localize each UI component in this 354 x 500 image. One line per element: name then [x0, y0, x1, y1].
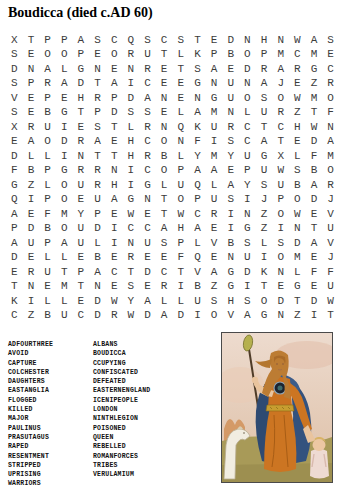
grid-cell-r5c18[interactable]: W [289, 91, 306, 106]
grid-cell-r2c20[interactable]: E [322, 48, 339, 63]
grid-cell-r6c20[interactable]: F [322, 106, 339, 121]
grid-cell-r8c12[interactable]: F [189, 135, 206, 150]
grid-cell-r8c13[interactable]: I [206, 135, 223, 150]
grid-cell-r8c16[interactable]: A [256, 135, 273, 150]
grid-cell-r6c12[interactable]: A [189, 106, 206, 121]
grid-cell-r16c4[interactable]: L [56, 251, 73, 266]
grid-cell-r15c6[interactable]: L [89, 236, 106, 251]
grid-cell-r5c2[interactable]: E [23, 91, 40, 106]
grid-cell-r16c18[interactable]: M [289, 251, 306, 266]
grid-cell-r13c15[interactable]: N [239, 207, 256, 222]
grid-cell-r1c8[interactable]: Q [123, 33, 140, 48]
grid-cell-r15c10[interactable]: S [156, 236, 173, 251]
grid-cell-r1c2[interactable]: T [23, 33, 40, 48]
grid-cell-r8c2[interactable]: A [23, 135, 40, 150]
grid-cell-r7c5[interactable]: E [73, 120, 90, 135]
grid-cell-r17c3[interactable]: U [39, 265, 56, 280]
grid-cell-r10c18[interactable]: S [289, 164, 306, 179]
grid-cell-r19c5[interactable]: E [73, 294, 90, 309]
grid-cell-r5c4[interactable]: E [56, 91, 73, 106]
grid-cell-r10c7[interactable]: N [106, 164, 123, 179]
grid-cell-r15c12[interactable]: L [189, 236, 206, 251]
grid-cell-r17c20[interactable]: F [322, 265, 339, 280]
grid-cell-r11c4[interactable]: O [56, 178, 73, 193]
grid-cell-r18c1[interactable]: T [6, 280, 23, 295]
grid-cell-r14c4[interactable]: O [56, 222, 73, 237]
grid-cell-r19c15[interactable]: S [239, 294, 256, 309]
grid-cell-r15c14[interactable]: B [222, 236, 239, 251]
grid-cell-r9c16[interactable]: G [256, 149, 273, 164]
grid-cell-r2c14[interactable]: B [222, 48, 239, 63]
grid-cell-r13c3[interactable]: F [39, 207, 56, 222]
grid-cell-r14c8[interactable]: C [123, 222, 140, 237]
grid-cell-r3c12[interactable]: S [189, 62, 206, 77]
grid-cell-r13c14[interactable]: I [222, 207, 239, 222]
grid-cell-r14c7[interactable]: I [106, 222, 123, 237]
grid-cell-r10c8[interactable]: I [123, 164, 140, 179]
grid-cell-r12c18[interactable]: O [289, 193, 306, 208]
grid-cell-r13c1[interactable]: A [6, 207, 23, 222]
grid-cell-r19c14[interactable]: H [222, 294, 239, 309]
grid-cell-r18c2[interactable]: N [23, 280, 40, 295]
grid-cell-r3c18[interactable]: R [289, 62, 306, 77]
grid-cell-r12c5[interactable]: E [73, 193, 90, 208]
grid-cell-r11c1[interactable]: G [6, 178, 23, 193]
grid-cell-r8c8[interactable]: H [123, 135, 140, 150]
grid-cell-r1c13[interactable]: E [206, 33, 223, 48]
grid-cell-r4c20[interactable]: R [322, 77, 339, 92]
grid-cell-r4c3[interactable]: R [39, 77, 56, 92]
grid-cell-r8c5[interactable]: R [73, 135, 90, 150]
grid-cell-r15c13[interactable]: V [206, 236, 223, 251]
grid-cell-r3c2[interactable]: N [23, 62, 40, 77]
grid-cell-r19c17[interactable]: D [272, 294, 289, 309]
grid-cell-r6c8[interactable]: S [123, 106, 140, 121]
grid-cell-r10c4[interactable]: G [56, 164, 73, 179]
grid-cell-r2c15[interactable]: O [239, 48, 256, 63]
grid-cell-r17c17[interactable]: N [272, 265, 289, 280]
grid-cell-r2c17[interactable]: M [272, 48, 289, 63]
grid-cell-r11c14[interactable]: A [222, 178, 239, 193]
grid-cell-r12c12[interactable]: P [189, 193, 206, 208]
grid-cell-r12c13[interactable]: U [206, 193, 223, 208]
grid-cell-r18c18[interactable]: G [289, 280, 306, 295]
grid-cell-r10c1[interactable]: F [6, 164, 23, 179]
grid-cell-r8c17[interactable]: T [272, 135, 289, 150]
grid-cell-r16c6[interactable]: B [89, 251, 106, 266]
grid-cell-r7c4[interactable]: I [56, 120, 73, 135]
grid-cell-r11c19[interactable]: A [306, 178, 323, 193]
grid-cell-r17c12[interactable]: V [189, 265, 206, 280]
grid-cell-r4c19[interactable]: Z [306, 77, 323, 92]
grid-cell-r14c13[interactable]: E [206, 222, 223, 237]
grid-cell-r18c20[interactable]: U [322, 280, 339, 295]
grid-cell-r9c13[interactable]: M [206, 149, 223, 164]
grid-cell-r11c2[interactable]: Z [23, 178, 40, 193]
grid-cell-r11c8[interactable]: I [123, 178, 140, 193]
grid-cell-r5c8[interactable]: D [123, 91, 140, 106]
grid-cell-r12c4[interactable]: O [56, 193, 73, 208]
grid-cell-r8c14[interactable]: S [222, 135, 239, 150]
grid-cell-r1c15[interactable]: N [239, 33, 256, 48]
grid-cell-r7c7[interactable]: T [106, 120, 123, 135]
grid-cell-r15c8[interactable]: N [123, 236, 140, 251]
grid-cell-r6c9[interactable]: S [139, 106, 156, 121]
grid-cell-r12c1[interactable]: Q [6, 193, 23, 208]
grid-cell-r16c20[interactable]: J [322, 251, 339, 266]
grid-cell-r16c9[interactable]: E [139, 251, 156, 266]
grid-cell-r3c14[interactable]: E [222, 62, 239, 77]
grid-cell-r2c10[interactable]: T [156, 48, 173, 63]
grid-cell-r10c3[interactable]: P [39, 164, 56, 179]
grid-cell-r17c10[interactable]: C [156, 265, 173, 280]
grid-cell-r1c18[interactable]: W [289, 33, 306, 48]
grid-cell-r5c17[interactable]: O [272, 91, 289, 106]
grid-cell-r17c1[interactable]: E [6, 265, 23, 280]
grid-cell-r16c8[interactable]: R [123, 251, 140, 266]
grid-cell-r15c5[interactable]: U [73, 236, 90, 251]
grid-cell-r6c3[interactable]: B [39, 106, 56, 121]
grid-cell-r10c19[interactable]: B [306, 164, 323, 179]
grid-cell-r17c16[interactable]: K [256, 265, 273, 280]
grid-cell-r10c17[interactable]: W [272, 164, 289, 179]
grid-cell-r11c11[interactable]: U [172, 178, 189, 193]
grid-cell-r16c5[interactable]: E [73, 251, 90, 266]
grid-cell-r1c4[interactable]: P [56, 33, 73, 48]
grid-cell-r19c3[interactable]: L [39, 294, 56, 309]
grid-cell-r15c20[interactable]: V [322, 236, 339, 251]
grid-cell-r16c19[interactable]: E [306, 251, 323, 266]
grid-cell-r3c19[interactable]: G [306, 62, 323, 77]
grid-cell-r20c19[interactable]: I [306, 309, 323, 324]
grid-cell-r12c17[interactable]: P [272, 193, 289, 208]
grid-cell-r2c16[interactable]: P [256, 48, 273, 63]
grid-cell-r15c4[interactable]: A [56, 236, 73, 251]
grid-cell-r5c11[interactable]: E [172, 91, 189, 106]
grid-cell-r7c3[interactable]: U [39, 120, 56, 135]
grid-cell-r16c3[interactable]: L [39, 251, 56, 266]
grid-cell-r5c10[interactable]: N [156, 91, 173, 106]
grid-cell-r13c4[interactable]: M [56, 207, 73, 222]
grid-cell-r2c8[interactable]: R [123, 48, 140, 63]
grid-cell-r11c12[interactable]: Q [189, 178, 206, 193]
grid-cell-r4c7[interactable]: A [106, 77, 123, 92]
grid-cell-r8c19[interactable]: D [306, 135, 323, 150]
grid-cell-r7c12[interactable]: K [189, 120, 206, 135]
grid-cell-r11c16[interactable]: S [256, 178, 273, 193]
grid-cell-r4c17[interactable]: J [272, 77, 289, 92]
grid-cell-r13c5[interactable]: Y [73, 207, 90, 222]
grid-cell-r5c16[interactable]: S [256, 91, 273, 106]
grid-cell-r5c13[interactable]: G [206, 91, 223, 106]
grid-cell-r6c2[interactable]: E [23, 106, 40, 121]
grid-cell-r4c11[interactable]: E [172, 77, 189, 92]
grid-cell-r6c6[interactable]: P [89, 106, 106, 121]
grid-cell-r7c14[interactable]: R [222, 120, 239, 135]
grid-cell-r7c8[interactable]: L [123, 120, 140, 135]
grid-cell-r5c14[interactable]: U [222, 91, 239, 106]
grid-cell-r2c4[interactable]: O [56, 48, 73, 63]
grid-cell-r10c5[interactable]: R [73, 164, 90, 179]
grid-cell-r10c15[interactable]: P [239, 164, 256, 179]
grid-cell-r2c13[interactable]: P [206, 48, 223, 63]
grid-cell-r10c9[interactable]: C [139, 164, 156, 179]
grid-cell-r14c18[interactable]: N [289, 222, 306, 237]
grid-cell-r4c1[interactable]: S [6, 77, 23, 92]
grid-cell-r14c2[interactable]: D [23, 222, 40, 237]
grid-cell-r16c12[interactable]: Q [189, 251, 206, 266]
grid-cell-r16c1[interactable]: D [6, 251, 23, 266]
grid-cell-r6c14[interactable]: N [222, 106, 239, 121]
grid-cell-r5c5[interactable]: H [73, 91, 90, 106]
grid-cell-r12c20[interactable]: J [322, 193, 339, 208]
grid-cell-r8c1[interactable]: E [6, 135, 23, 150]
grid-cell-r18c9[interactable]: E [139, 280, 156, 295]
grid-cell-r18c13[interactable]: Z [206, 280, 223, 295]
grid-cell-r20c8[interactable]: W [123, 309, 140, 324]
grid-cell-r9c10[interactable]: B [156, 149, 173, 164]
grid-cell-r5c15[interactable]: O [239, 91, 256, 106]
grid-cell-r10c20[interactable]: O [322, 164, 339, 179]
grid-cell-r10c10[interactable]: O [156, 164, 173, 179]
grid-cell-r10c16[interactable]: U [256, 164, 273, 179]
grid-cell-r18c7[interactable]: E [106, 280, 123, 295]
grid-cell-r14c20[interactable]: U [322, 222, 339, 237]
grid-cell-r18c11[interactable]: I [172, 280, 189, 295]
grid-cell-r1c9[interactable]: S [139, 33, 156, 48]
grid-cell-r11c10[interactable]: L [156, 178, 173, 193]
grid-cell-r2c7[interactable]: O [106, 48, 123, 63]
grid-cell-r9c5[interactable]: N [73, 149, 90, 164]
grid-cell-r13c13[interactable]: R [206, 207, 223, 222]
grid-cell-r1c20[interactable]: S [322, 33, 339, 48]
grid-cell-r8c18[interactable]: E [289, 135, 306, 150]
grid-cell-r13c11[interactable]: W [172, 207, 189, 222]
grid-cell-r9c12[interactable]: Y [189, 149, 206, 164]
grid-cell-r5c7[interactable]: P [106, 91, 123, 106]
grid-cell-r16c7[interactable]: E [106, 251, 123, 266]
grid-cell-r11c3[interactable]: L [39, 178, 56, 193]
grid-cell-r3c9[interactable]: R [139, 62, 156, 77]
grid-cell-r12c2[interactable]: I [23, 193, 40, 208]
grid-cell-r17c15[interactable]: D [239, 265, 256, 280]
grid-cell-r6c15[interactable]: L [239, 106, 256, 121]
grid-cell-r7c16[interactable]: T [256, 120, 273, 135]
grid-cell-r1c12[interactable]: T [189, 33, 206, 48]
grid-cell-r15c9[interactable]: U [139, 236, 156, 251]
grid-cell-r7c20[interactable]: N [322, 120, 339, 135]
grid-cell-r20c16[interactable]: G [256, 309, 273, 324]
grid-cell-r15c2[interactable]: U [23, 236, 40, 251]
grid-cell-r17c18[interactable]: L [289, 265, 306, 280]
grid-cell-r20c9[interactable]: D [139, 309, 156, 324]
grid-cell-r20c7[interactable]: R [106, 309, 123, 324]
grid-cell-r2c11[interactable]: L [172, 48, 189, 63]
grid-cell-r19c12[interactable]: U [189, 294, 206, 309]
grid-cell-r19c18[interactable]: T [289, 294, 306, 309]
grid-cell-r14c10[interactable]: A [156, 222, 173, 237]
grid-cell-r5c9[interactable]: A [139, 91, 156, 106]
grid-cell-r19c11[interactable]: L [172, 294, 189, 309]
grid-cell-r14c17[interactable]: I [272, 222, 289, 237]
grid-cell-r14c9[interactable]: C [139, 222, 156, 237]
grid-cell-r17c14[interactable]: G [222, 265, 239, 280]
grid-cell-r18c12[interactable]: B [189, 280, 206, 295]
grid-cell-r13c9[interactable]: E [139, 207, 156, 222]
grid-cell-r7c17[interactable]: C [272, 120, 289, 135]
grid-cell-r8c9[interactable]: C [139, 135, 156, 150]
grid-cell-r1c7[interactable]: C [106, 33, 123, 48]
grid-cell-r12c14[interactable]: S [222, 193, 239, 208]
grid-cell-r20c13[interactable]: O [206, 309, 223, 324]
grid-cell-r14c5[interactable]: U [73, 222, 90, 237]
grid-cell-r4c6[interactable]: T [89, 77, 106, 92]
grid-cell-r8c3[interactable]: O [39, 135, 56, 150]
grid-cell-r10c12[interactable]: A [189, 164, 206, 179]
grid-cell-r13c10[interactable]: T [156, 207, 173, 222]
grid-cell-r17c8[interactable]: T [123, 265, 140, 280]
grid-cell-r13c12[interactable]: C [189, 207, 206, 222]
grid-cell-r17c5[interactable]: P [73, 265, 90, 280]
grid-cell-r5c3[interactable]: P [39, 91, 56, 106]
grid-cell-r14c19[interactable]: T [306, 222, 323, 237]
grid-cell-r7c6[interactable]: S [89, 120, 106, 135]
grid-cell-r4c4[interactable]: A [56, 77, 73, 92]
grid-cell-r9c11[interactable]: L [172, 149, 189, 164]
grid-cell-r6c16[interactable]: U [256, 106, 273, 121]
grid-cell-r20c2[interactable]: Z [23, 309, 40, 324]
grid-cell-r2c1[interactable]: S [6, 48, 23, 63]
grid-cell-r19c4[interactable]: L [56, 294, 73, 309]
grid-cell-r17c9[interactable]: D [139, 265, 156, 280]
grid-cell-r1c11[interactable]: S [172, 33, 189, 48]
grid-cell-r6c11[interactable]: L [172, 106, 189, 121]
grid-cell-r7c18[interactable]: H [289, 120, 306, 135]
grid-cell-r4c2[interactable]: P [23, 77, 40, 92]
grid-cell-r3c10[interactable]: E [156, 62, 173, 77]
grid-cell-r13c6[interactable]: P [89, 207, 106, 222]
grid-cell-r1c17[interactable]: N [272, 33, 289, 48]
grid-cell-r8c15[interactable]: C [239, 135, 256, 150]
grid-cell-r12c16[interactable]: J [256, 193, 273, 208]
grid-cell-r4c5[interactable]: D [73, 77, 90, 92]
grid-cell-r1c10[interactable]: C [156, 33, 173, 48]
grid-cell-r9c19[interactable]: F [306, 149, 323, 164]
grid-cell-r20c5[interactable]: C [73, 309, 90, 324]
grid-cell-r9c3[interactable]: L [39, 149, 56, 164]
grid-cell-r12c9[interactable]: N [139, 193, 156, 208]
grid-cell-r20c14[interactable]: V [222, 309, 239, 324]
grid-cell-r16c14[interactable]: N [222, 251, 239, 266]
grid-cell-r12c11[interactable]: O [172, 193, 189, 208]
grid-cell-r19c8[interactable]: Y [123, 294, 140, 309]
grid-cell-r14c16[interactable]: Z [256, 222, 273, 237]
grid-cell-r8c4[interactable]: D [56, 135, 73, 150]
grid-cell-r13c7[interactable]: E [106, 207, 123, 222]
grid-cell-r3c17[interactable]: A [272, 62, 289, 77]
grid-cell-r6c19[interactable]: T [306, 106, 323, 121]
grid-cell-r12c19[interactable]: D [306, 193, 323, 208]
grid-cell-r12c6[interactable]: U [89, 193, 106, 208]
grid-cell-r19c7[interactable]: W [106, 294, 123, 309]
grid-cell-r4c9[interactable]: C [139, 77, 156, 92]
grid-cell-r10c2[interactable]: B [23, 164, 40, 179]
grid-cell-r3c4[interactable]: L [56, 62, 73, 77]
grid-cell-r9c7[interactable]: T [106, 149, 123, 164]
grid-cell-r12c3[interactable]: P [39, 193, 56, 208]
grid-cell-r6c13[interactable]: M [206, 106, 223, 121]
grid-cell-r3c16[interactable]: R [256, 62, 273, 77]
grid-cell-r8c7[interactable]: E [106, 135, 123, 150]
grid-cell-r18c16[interactable]: T [256, 280, 273, 295]
grid-cell-r16c16[interactable]: I [256, 251, 273, 266]
grid-cell-r2c18[interactable]: C [289, 48, 306, 63]
grid-cell-r18c17[interactable]: E [272, 280, 289, 295]
grid-cell-r17c19[interactable]: F [306, 265, 323, 280]
grid-cell-r1c16[interactable]: H [256, 33, 273, 48]
grid-cell-r8c20[interactable]: A [322, 135, 339, 150]
grid-cell-r9c2[interactable]: L [23, 149, 40, 164]
grid-cell-r5c12[interactable]: N [189, 91, 206, 106]
grid-cell-r13c16[interactable]: Z [256, 207, 273, 222]
grid-cell-r18c4[interactable]: M [56, 280, 73, 295]
grid-cell-r2c12[interactable]: K [189, 48, 206, 63]
grid-cell-r19c1[interactable]: K [6, 294, 23, 309]
grid-cell-r19c19[interactable]: D [306, 294, 323, 309]
grid-cell-r20c18[interactable]: Z [289, 309, 306, 324]
grid-cell-r10c6[interactable]: R [89, 164, 106, 179]
grid-cell-r3c7[interactable]: E [106, 62, 123, 77]
grid-cell-r16c15[interactable]: U [239, 251, 256, 266]
grid-cell-r2c5[interactable]: P [73, 48, 90, 63]
grid-cell-r19c2[interactable]: I [23, 294, 40, 309]
grid-cell-r3c11[interactable]: T [172, 62, 189, 77]
grid-cell-r18c3[interactable]: E [39, 280, 56, 295]
grid-cell-r13c8[interactable]: W [123, 207, 140, 222]
grid-cell-r6c10[interactable]: E [156, 106, 173, 121]
grid-cell-r7c10[interactable]: N [156, 120, 173, 135]
grid-cell-r14c3[interactable]: B [39, 222, 56, 237]
grid-cell-r9c17[interactable]: X [272, 149, 289, 164]
grid-cell-r3c1[interactable]: D [6, 62, 23, 77]
grid-cell-r20c4[interactable]: U [56, 309, 73, 324]
grid-cell-r19c16[interactable]: O [256, 294, 273, 309]
grid-cell-r7c9[interactable]: R [139, 120, 156, 135]
grid-cell-r17c11[interactable]: T [172, 265, 189, 280]
grid-cell-r9c8[interactable]: H [123, 149, 140, 164]
grid-cell-r9c1[interactable]: D [6, 149, 23, 164]
grid-cell-r14c1[interactable]: P [6, 222, 23, 237]
grid-cell-r7c1[interactable]: X [6, 120, 23, 135]
grid-cell-r12c8[interactable]: G [123, 193, 140, 208]
grid-cell-r3c20[interactable]: C [322, 62, 339, 77]
grid-cell-r6c18[interactable]: Z [289, 106, 306, 121]
grid-cell-r13c17[interactable]: O [272, 207, 289, 222]
grid-cell-r18c19[interactable]: E [306, 280, 323, 295]
grid-cell-r3c6[interactable]: N [89, 62, 106, 77]
grid-cell-r12c15[interactable]: I [239, 193, 256, 208]
grid-cell-r15c17[interactable]: S [272, 236, 289, 251]
grid-cell-r11c17[interactable]: U [272, 178, 289, 193]
grid-cell-r7c13[interactable]: U [206, 120, 223, 135]
grid-cell-r8c11[interactable]: N [172, 135, 189, 150]
grid-cell-r9c4[interactable]: I [56, 149, 73, 164]
grid-cell-r17c6[interactable]: A [89, 265, 106, 280]
grid-cell-r3c15[interactable]: D [239, 62, 256, 77]
grid-cell-r5c6[interactable]: R [89, 91, 106, 106]
grid-cell-r20c12[interactable]: I [189, 309, 206, 324]
grid-cell-r3c3[interactable]: A [39, 62, 56, 77]
